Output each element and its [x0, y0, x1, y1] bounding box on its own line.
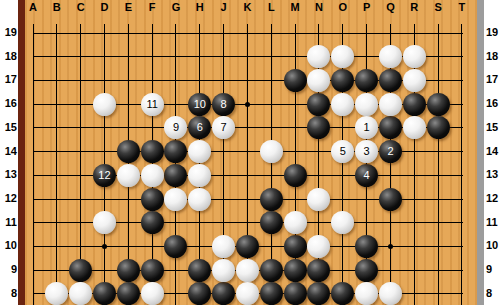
column-label-S: S — [427, 1, 449, 13]
move-number-2: 2 — [387, 146, 393, 157]
star-point-D10 — [102, 244, 107, 249]
stone-white-G12 — [164, 188, 187, 211]
stone-white-Q16 — [379, 93, 402, 116]
move-number-9: 9 — [173, 122, 179, 133]
column-label-R: R — [403, 1, 425, 13]
stone-white-Q18 — [379, 45, 402, 68]
move-number-10: 10 — [194, 99, 206, 110]
stone-white-N12 — [307, 188, 330, 211]
row-label-left-12: 12 — [0, 192, 17, 204]
stone-black-M17 — [284, 69, 307, 92]
row-label-left-10: 10 — [0, 239, 17, 251]
column-label-D: D — [93, 1, 115, 13]
stone-black-Q12 — [379, 188, 402, 211]
stone-black-E8 — [117, 282, 140, 305]
row-label-right-18: 18 — [486, 50, 500, 62]
stone-black-J16: 8 — [212, 93, 235, 116]
row-label-right-11: 11 — [486, 216, 500, 228]
go-board-app: ABCDEFGHJKLMNOPQRST191918181717161615151… — [0, 0, 500, 305]
column-label-B: B — [46, 1, 68, 13]
stone-black-M10 — [284, 235, 307, 258]
move-number-1: 1 — [364, 122, 370, 133]
row-label-left-17: 17 — [0, 73, 17, 85]
grid-vline-T — [461, 24, 462, 305]
stone-black-E14 — [117, 140, 140, 163]
stone-black-M9 — [284, 259, 307, 282]
column-label-T: T — [451, 1, 473, 13]
stone-white-F16: 11 — [141, 93, 164, 116]
column-label-P: P — [356, 1, 378, 13]
column-label-H: H — [189, 1, 211, 13]
stone-black-E9 — [117, 259, 140, 282]
row-label-left-15: 15 — [0, 121, 17, 133]
column-label-L: L — [260, 1, 282, 13]
row-label-right-10: 10 — [486, 239, 500, 251]
stone-white-J10 — [212, 235, 235, 258]
stone-white-R15 — [403, 116, 426, 139]
grid-vline-B — [56, 24, 57, 305]
stone-black-K10 — [236, 235, 259, 258]
stone-white-M11 — [284, 211, 307, 234]
row-label-left-16: 16 — [0, 97, 17, 109]
stone-white-J9 — [212, 259, 235, 282]
column-label-M: M — [284, 1, 306, 13]
stone-white-O16 — [331, 93, 354, 116]
column-label-Q: Q — [379, 1, 401, 13]
row-label-right-17: 17 — [486, 73, 500, 85]
stone-white-R18 — [403, 45, 426, 68]
stone-black-Q14: 2 — [379, 140, 402, 163]
stone-white-K9 — [236, 259, 259, 282]
row-label-right-13: 13 — [486, 168, 500, 180]
board-left-edge — [18, 0, 25, 305]
column-label-J: J — [213, 1, 235, 13]
stone-black-N9 — [307, 259, 330, 282]
stone-black-F14 — [141, 140, 164, 163]
column-label-O: O — [332, 1, 354, 13]
row-label-left-9: 9 — [0, 263, 17, 275]
board-right-edge — [477, 0, 484, 305]
row-label-right-14: 14 — [486, 145, 500, 157]
row-label-left-14: 14 — [0, 145, 17, 157]
stone-black-F11 — [141, 211, 164, 234]
column-label-G: G — [165, 1, 187, 13]
row-label-right-15: 15 — [486, 121, 500, 133]
star-point-Q10 — [388, 244, 393, 249]
column-label-E: E — [117, 1, 139, 13]
stone-black-F12 — [141, 188, 164, 211]
row-label-left-18: 18 — [0, 50, 17, 62]
stone-white-Q8 — [379, 282, 402, 305]
row-label-right-16: 16 — [486, 97, 500, 109]
stone-black-H9 — [188, 259, 211, 282]
move-number-8: 8 — [221, 99, 227, 110]
stone-black-M13 — [284, 164, 307, 187]
row-label-right-8: 8 — [486, 287, 500, 299]
stone-white-F13 — [141, 164, 164, 187]
column-label-K: K — [236, 1, 258, 13]
grid-vline-S — [438, 24, 439, 305]
stone-white-H12 — [188, 188, 211, 211]
stone-black-P9 — [355, 259, 378, 282]
stone-white-L14 — [260, 140, 283, 163]
move-number-7: 7 — [221, 122, 227, 133]
stone-white-F8 — [141, 282, 164, 305]
stone-white-K8 — [236, 282, 259, 305]
move-number-4: 4 — [364, 170, 370, 181]
grid-vline-A — [33, 24, 34, 305]
column-label-A: A — [22, 1, 44, 13]
stone-black-D13: 12 — [93, 164, 116, 187]
column-label-F: F — [141, 1, 163, 13]
stone-black-S16 — [427, 93, 450, 116]
stone-white-E13 — [117, 164, 140, 187]
stone-black-C9 — [69, 259, 92, 282]
row-label-left-13: 13 — [0, 168, 17, 180]
grid-hline-19 — [33, 33, 463, 34]
stone-black-D8 — [93, 282, 116, 305]
stone-black-P13: 4 — [355, 164, 378, 187]
star-point-K16 — [245, 102, 250, 107]
stone-black-Q17 — [379, 69, 402, 92]
move-number-11: 11 — [146, 99, 157, 110]
row-label-right-9: 9 — [486, 263, 500, 275]
stone-white-P16 — [355, 93, 378, 116]
stone-black-S15 — [427, 116, 450, 139]
move-number-12: 12 — [98, 170, 110, 181]
stone-black-R16 — [403, 93, 426, 116]
move-number-6: 6 — [197, 122, 203, 133]
stone-black-L11 — [260, 211, 283, 234]
stone-black-L9 — [260, 259, 283, 282]
stone-black-L12 — [260, 188, 283, 211]
row-label-right-12: 12 — [486, 192, 500, 204]
stone-black-L8 — [260, 282, 283, 305]
stone-white-D16 — [93, 93, 116, 116]
row-label-left-11: 11 — [0, 216, 17, 228]
stone-black-P10 — [355, 235, 378, 258]
stone-black-H16: 10 — [188, 93, 211, 116]
column-label-N: N — [308, 1, 330, 13]
stone-white-R17 — [403, 69, 426, 92]
row-label-left-19: 19 — [0, 26, 17, 38]
row-label-left-8: 8 — [0, 287, 17, 299]
stone-black-M8 — [284, 282, 307, 305]
stone-black-F9 — [141, 259, 164, 282]
stone-black-N16 — [307, 93, 330, 116]
stone-white-H13 — [188, 164, 211, 187]
move-number-3: 3 — [364, 146, 370, 157]
stone-black-P17 — [355, 69, 378, 92]
row-label-right-19: 19 — [486, 26, 500, 38]
move-number-5: 5 — [340, 146, 346, 157]
column-label-C: C — [70, 1, 92, 13]
